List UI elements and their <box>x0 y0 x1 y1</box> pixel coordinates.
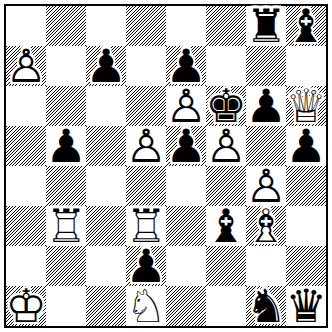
black-pawn-icon-halo: ♟ <box>85 45 127 87</box>
square-h4[interactable] <box>286 166 326 206</box>
square-e5[interactable]: ♟♟ <box>166 126 206 166</box>
square-b6[interactable] <box>46 86 86 126</box>
square-h3[interactable] <box>286 206 326 246</box>
square-e1[interactable] <box>166 286 206 326</box>
square-a6[interactable] <box>6 86 46 126</box>
white-rook-icon-halo: ♜ <box>45 205 87 247</box>
white-knight-icon: ♘ <box>126 286 166 326</box>
square-e2[interactable] <box>166 246 206 286</box>
square-b1[interactable] <box>46 286 86 326</box>
square-h5[interactable]: ♟♟ <box>286 126 326 166</box>
square-e3[interactable] <box>166 206 206 246</box>
black-pawn-icon-halo: ♟ <box>165 125 207 167</box>
square-d8[interactable] <box>126 6 166 46</box>
square-h1[interactable]: ♛♛ <box>286 286 326 326</box>
black-queen-icon: ♛ <box>286 286 326 326</box>
square-f8[interactable] <box>206 6 246 46</box>
square-h7[interactable] <box>286 46 326 86</box>
square-d7[interactable] <box>126 46 166 86</box>
square-g6[interactable]: ♟♟ <box>246 86 286 126</box>
black-pawn-icon: ♟ <box>166 46 206 86</box>
white-bishop-icon-halo: ♝ <box>245 205 287 247</box>
square-c8[interactable] <box>86 6 126 46</box>
square-g7[interactable] <box>246 46 286 86</box>
square-a3[interactable] <box>6 206 46 246</box>
square-g5[interactable] <box>246 126 286 166</box>
square-b3[interactable]: ♜♖ <box>46 206 86 246</box>
square-c7[interactable]: ♟♟ <box>86 46 126 86</box>
square-d5[interactable]: ♟♙ <box>126 126 166 166</box>
black-pawn-icon-halo: ♟ <box>245 85 287 127</box>
square-e6[interactable]: ♟♙ <box>166 86 206 126</box>
black-bishop-icon-halo: ♝ <box>205 205 247 247</box>
black-pawn-icon-halo: ♟ <box>125 245 167 287</box>
black-rook-icon: ♜ <box>246 6 286 46</box>
square-f5[interactable]: ♟♙ <box>206 126 246 166</box>
square-f1[interactable] <box>206 286 246 326</box>
black-pawn-icon-halo: ♟ <box>165 45 207 87</box>
black-pawn-icon: ♟ <box>246 86 286 126</box>
white-queen-icon-halo: ♛ <box>285 85 327 127</box>
square-e7[interactable]: ♟♟ <box>166 46 206 86</box>
square-a7[interactable]: ♟♙ <box>6 46 46 86</box>
square-f6[interactable]: ♚♚ <box>206 86 246 126</box>
white-pawn-icon-halo: ♟ <box>125 125 167 167</box>
white-pawn-icon-halo: ♟ <box>165 85 207 127</box>
white-pawn-icon-halo: ♟ <box>205 125 247 167</box>
square-e8[interactable] <box>166 6 206 46</box>
square-f7[interactable] <box>206 46 246 86</box>
chess-diagram-page: ♜♜♝♝♟♙♟♟♟♟♟♙♚♚♟♟♛♕♟♟♟♙♟♟♟♙♟♟♟♙♜♖♜♖♝♝♝♗♟♟… <box>0 0 332 332</box>
square-c4[interactable] <box>86 166 126 206</box>
white-king-icon-halo: ♚ <box>5 285 47 327</box>
square-c3[interactable] <box>86 206 126 246</box>
white-pawn-icon-halo: ♟ <box>5 45 47 87</box>
square-e4[interactable] <box>166 166 206 206</box>
white-pawn-icon: ♙ <box>246 166 286 206</box>
black-pawn-icon: ♟ <box>126 246 166 286</box>
square-c2[interactable] <box>86 246 126 286</box>
square-g8[interactable]: ♜♜ <box>246 6 286 46</box>
white-pawn-icon: ♙ <box>166 86 206 126</box>
square-h2[interactable] <box>286 246 326 286</box>
square-a1[interactable]: ♚♔ <box>6 286 46 326</box>
square-a4[interactable] <box>6 166 46 206</box>
white-pawn-icon: ♙ <box>206 126 246 166</box>
square-f2[interactable] <box>206 246 246 286</box>
square-a5[interactable] <box>6 126 46 166</box>
chess-board: ♜♜♝♝♟♙♟♟♟♟♟♙♚♚♟♟♛♕♟♟♟♙♟♟♟♙♟♟♟♙♜♖♜♖♝♝♝♗♟♟… <box>6 6 326 326</box>
square-g3[interactable]: ♝♗ <box>246 206 286 246</box>
white-king-icon: ♔ <box>6 286 46 326</box>
white-rook-icon-halo: ♜ <box>125 205 167 247</box>
black-pawn-icon: ♟ <box>286 126 326 166</box>
square-a8[interactable] <box>6 6 46 46</box>
square-f3[interactable]: ♝♝ <box>206 206 246 246</box>
board-frame: ♜♜♝♝♟♙♟♟♟♟♟♙♚♚♟♟♛♕♟♟♟♙♟♟♟♙♟♟♟♙♜♖♜♖♝♝♝♗♟♟… <box>4 4 328 328</box>
square-c1[interactable] <box>86 286 126 326</box>
square-c5[interactable] <box>86 126 126 166</box>
square-g4[interactable]: ♟♙ <box>246 166 286 206</box>
square-b5[interactable]: ♟♟ <box>46 126 86 166</box>
black-rook-icon-halo: ♜ <box>245 5 287 47</box>
square-c6[interactable] <box>86 86 126 126</box>
square-d4[interactable] <box>126 166 166 206</box>
square-f4[interactable] <box>206 166 246 206</box>
white-rook-icon: ♖ <box>126 206 166 246</box>
black-pawn-icon: ♟ <box>46 126 86 166</box>
black-bishop-icon: ♝ <box>286 6 326 46</box>
black-king-icon: ♚ <box>206 86 246 126</box>
square-b8[interactable] <box>46 6 86 46</box>
white-pawn-icon: ♙ <box>126 126 166 166</box>
black-pawn-icon-halo: ♟ <box>45 125 87 167</box>
black-bishop-icon: ♝ <box>206 206 246 246</box>
white-knight-icon-halo: ♞ <box>125 285 167 327</box>
white-rook-icon: ♖ <box>46 206 86 246</box>
square-h8[interactable]: ♝♝ <box>286 6 326 46</box>
black-bishop-icon-halo: ♝ <box>285 5 327 47</box>
square-g1[interactable]: ♞♞ <box>246 286 286 326</box>
square-b4[interactable] <box>46 166 86 206</box>
square-d2[interactable]: ♟♟ <box>126 246 166 286</box>
black-pawn-icon: ♟ <box>166 126 206 166</box>
square-b2[interactable] <box>46 246 86 286</box>
square-h6[interactable]: ♛♕ <box>286 86 326 126</box>
white-queen-icon: ♕ <box>286 86 326 126</box>
square-d1[interactable]: ♞♘ <box>126 286 166 326</box>
white-bishop-icon: ♗ <box>246 206 286 246</box>
black-pawn-icon: ♟ <box>86 46 126 86</box>
square-a2[interactable] <box>6 246 46 286</box>
black-pawn-icon-halo: ♟ <box>285 125 327 167</box>
black-knight-icon: ♞ <box>246 286 286 326</box>
black-queen-icon-halo: ♛ <box>285 285 327 327</box>
square-d6[interactable] <box>126 86 166 126</box>
square-g2[interactable] <box>246 246 286 286</box>
white-pawn-icon: ♙ <box>6 46 46 86</box>
square-d3[interactable]: ♜♖ <box>126 206 166 246</box>
black-knight-icon-halo: ♞ <box>245 285 287 327</box>
square-b7[interactable] <box>46 46 86 86</box>
black-king-icon-halo: ♚ <box>205 85 247 127</box>
white-pawn-icon-halo: ♟ <box>245 165 287 207</box>
